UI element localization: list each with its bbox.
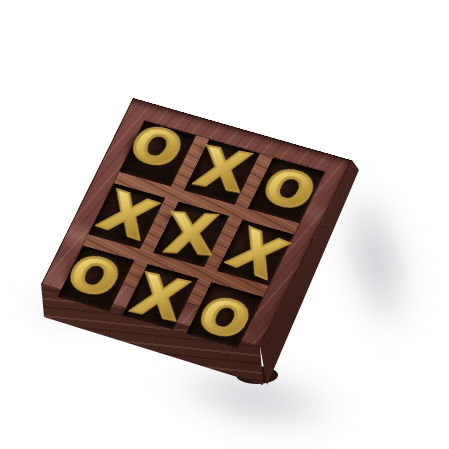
piece-r3c2: X [125, 267, 193, 330]
piece-r1c1: O [123, 118, 191, 176]
cell-r2c3[interactable]: X [217, 220, 293, 286]
cell-r1c1[interactable]: O [119, 121, 195, 187]
cell-r3c3[interactable]: O [187, 282, 263, 348]
cell-r2c1[interactable]: X [89, 183, 165, 249]
piece-r2c1: X [90, 183, 163, 248]
piece-r3c3: O [191, 289, 259, 347]
piece-r2c2: X [161, 206, 221, 263]
photo-scene: O X O X X X O X O [0, 0, 449, 449]
cell-r1c3[interactable]: O [248, 158, 324, 224]
board-grid: O X O X X X O X O [71, 121, 324, 321]
cell-r3c2[interactable]: X [122, 264, 198, 330]
piece-r3c1: O [60, 247, 128, 305]
piece-r1c3: O [255, 160, 323, 218]
piece-r1c2: X [189, 139, 256, 201]
cell-r2c2[interactable]: X [153, 202, 229, 268]
cell-r1c2[interactable]: X [184, 139, 260, 205]
piece-r2c3: X [219, 221, 295, 288]
